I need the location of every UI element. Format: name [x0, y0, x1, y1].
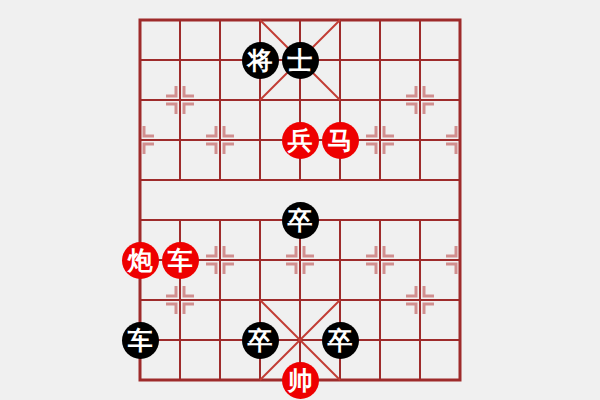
black-advisor[interactable]: 士	[282, 42, 319, 79]
red-soldier[interactable]: 兵	[282, 122, 319, 159]
black-soldier[interactable]: 卒	[242, 322, 279, 359]
red-general[interactable]: 帅	[282, 362, 319, 399]
pieces-layer: 将士兵马卒炮车车卒卒帅	[120, 0, 480, 400]
xiangqi-board-screen: 将士兵马卒炮车车卒卒帅	[0, 0, 600, 400]
black-soldier[interactable]: 卒	[322, 322, 359, 359]
black-chariot[interactable]: 车	[122, 322, 159, 359]
red-horse[interactable]: 马	[322, 122, 359, 159]
black-general[interactable]: 将	[242, 42, 279, 79]
red-chariot[interactable]: 车	[162, 242, 199, 279]
black-soldier[interactable]: 卒	[282, 202, 319, 239]
red-cannon[interactable]: 炮	[122, 242, 159, 279]
